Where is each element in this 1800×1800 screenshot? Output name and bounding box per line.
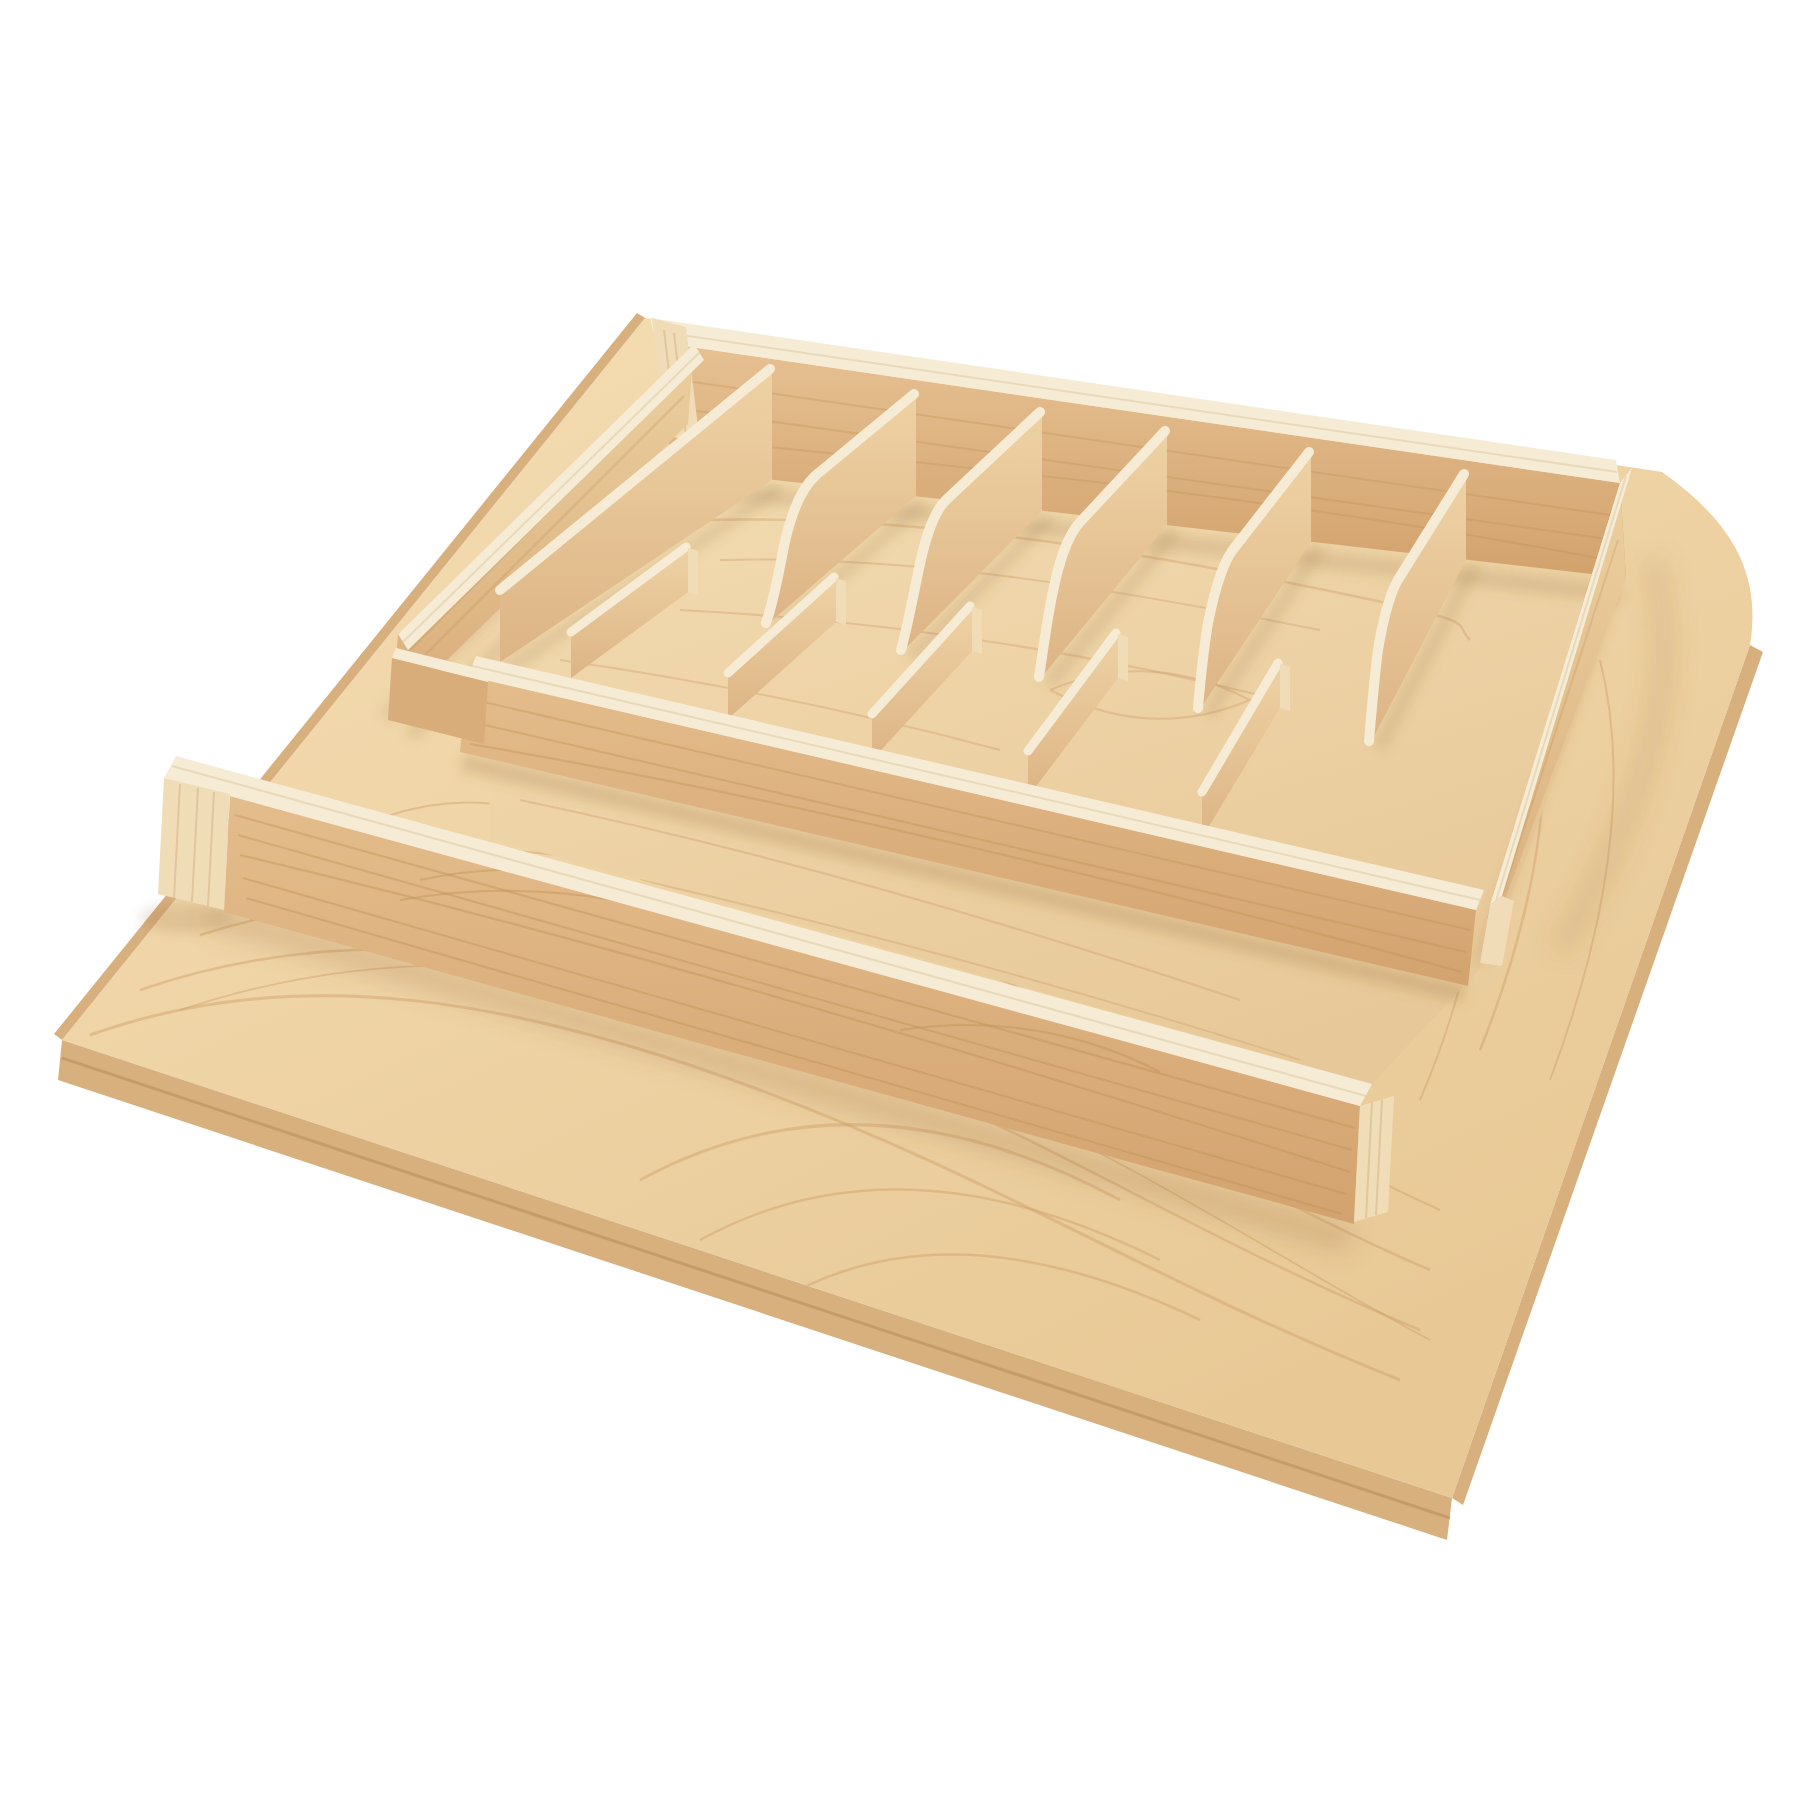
low-divider-1-end-cap — [688, 548, 698, 595]
low-divider-5-end-cap — [1280, 664, 1290, 711]
low-divider-3-end-cap — [972, 607, 982, 654]
front-rail-left-end — [158, 778, 230, 910]
cutlery-tray-scene — [0, 0, 1800, 1800]
product-photo — [0, 0, 1800, 1800]
low-divider-2-end-cap — [836, 578, 846, 625]
front-rail-right-end — [1354, 1096, 1394, 1222]
low-divider-4-end-cap — [1118, 634, 1128, 681]
